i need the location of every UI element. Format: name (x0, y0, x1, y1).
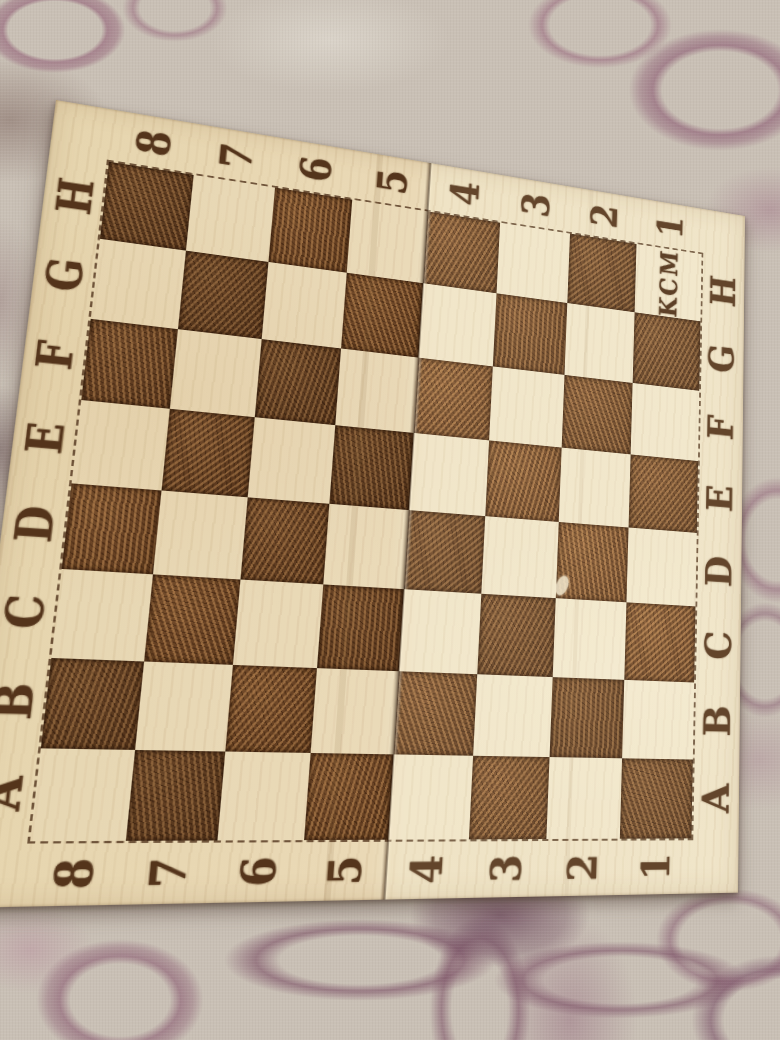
square-g1 (633, 313, 701, 391)
square-a6 (217, 751, 311, 840)
square-c4 (399, 589, 481, 673)
brand-stamp: KCM (635, 244, 702, 322)
file-label: B (0, 682, 41, 721)
file-label: E (702, 484, 737, 513)
square-d4 (404, 510, 485, 594)
rank-label: 1 (636, 853, 675, 881)
rank-label: 6 (294, 153, 338, 184)
rank-label: 3 (485, 854, 528, 883)
square-c5 (317, 585, 404, 671)
rank-label: 8 (130, 126, 178, 158)
rank-label: 2 (562, 853, 603, 881)
square-c3 (477, 594, 555, 677)
file-label: F (29, 339, 81, 372)
rank-label: 4 (405, 854, 450, 883)
square-e3 (485, 440, 561, 522)
square-a2 (546, 757, 622, 839)
square-h3 (496, 223, 569, 303)
scene: 87654321 87654321 HGFEDCBA HGFEDCBA KCM (0, 0, 780, 1040)
square-g8 (91, 239, 186, 329)
square-h5 (347, 200, 428, 284)
square-g5 (341, 273, 423, 357)
square-b7 (135, 661, 233, 751)
rank-label: 2 (586, 201, 623, 229)
square-e7 (161, 409, 254, 498)
square-b8 (41, 657, 144, 749)
square-h4 (423, 211, 500, 293)
square-f5 (336, 348, 419, 433)
rank-label: 4 (445, 178, 485, 208)
square-f4 (414, 357, 493, 440)
square-g6 (261, 262, 347, 348)
square-d1 (627, 528, 697, 607)
square-e4 (409, 433, 489, 516)
square-g4 (418, 283, 496, 366)
square-g2 (564, 303, 635, 382)
chess-board: 87654321 87654321 HGFEDCBA HGFEDCBA KCM (0, 100, 745, 908)
file-label: F (703, 414, 738, 442)
square-f1 (631, 383, 699, 461)
rank-label: 5 (371, 166, 413, 196)
square-f2 (561, 374, 633, 454)
square-a1 (620, 758, 693, 839)
file-label: E (19, 421, 72, 456)
square-e5 (330, 425, 414, 510)
square-b6 (225, 664, 318, 752)
square-h6 (268, 188, 353, 273)
square-e2 (558, 447, 631, 527)
file-label: G (704, 342, 739, 375)
square-e8 (72, 400, 170, 491)
square-e6 (247, 417, 335, 504)
square-d2 (555, 522, 629, 603)
square-f3 (489, 366, 564, 447)
square-c7 (144, 575, 240, 665)
square-b4 (394, 671, 477, 756)
file-label: H (49, 175, 100, 217)
square-a8 (30, 748, 135, 841)
file-label: A (697, 784, 734, 814)
square-b3 (473, 674, 552, 757)
square-f6 (254, 339, 341, 425)
rank-label: 6 (234, 856, 284, 887)
square-b2 (549, 677, 624, 758)
square-d7 (153, 490, 248, 579)
brand-stamp-text: KCM (656, 247, 681, 318)
board-grid: KCM (30, 162, 702, 842)
square-d8 (62, 483, 162, 574)
file-label: D (701, 555, 737, 588)
square-a4 (388, 754, 473, 840)
file-label: H (705, 273, 739, 308)
square-c6 (232, 580, 323, 668)
rank-label: 8 (47, 857, 102, 889)
square-h2 (567, 234, 637, 313)
square-c2 (552, 598, 626, 679)
square-b5 (311, 668, 399, 755)
square-a3 (469, 756, 549, 840)
file-label: D (7, 504, 61, 543)
square-f7 (170, 329, 262, 417)
square-c1 (625, 603, 696, 683)
rank-label: 5 (321, 855, 368, 885)
square-g7 (178, 251, 268, 339)
file-label: B (698, 705, 735, 737)
square-d6 (240, 497, 330, 584)
square-c8 (51, 569, 152, 661)
rank-label: 3 (517, 190, 555, 219)
square-h7 (186, 175, 275, 262)
square-a7 (126, 750, 225, 841)
rank-label: 7 (214, 140, 260, 172)
file-label: G (39, 255, 91, 294)
square-e1 (629, 454, 698, 533)
square-d5 (324, 504, 409, 590)
file-label: A (0, 776, 30, 811)
file-label: C (700, 630, 736, 660)
square-f8 (81, 318, 177, 408)
square-a5 (304, 753, 393, 840)
square-g3 (493, 293, 567, 374)
rank-label: 7 (142, 857, 194, 888)
square-h1: KCM (635, 244, 702, 322)
file-label: C (0, 593, 52, 629)
square-b1 (622, 679, 694, 759)
rank-label: 1 (652, 212, 687, 240)
square-d3 (481, 516, 558, 598)
square-h8 (100, 162, 193, 251)
